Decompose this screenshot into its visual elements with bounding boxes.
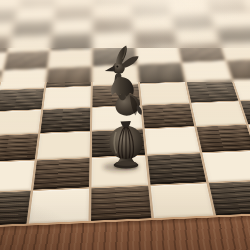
board-square (29, 188, 89, 223)
board-square (0, 134, 38, 162)
board-square (33, 158, 89, 189)
board-square (0, 191, 31, 226)
board-square (150, 183, 213, 218)
board-square (209, 181, 250, 216)
board-square (147, 154, 206, 185)
chess-piece-knight (104, 45, 144, 173)
depth-of-field-blur-top (0, 0, 250, 48)
board-square (91, 186, 151, 221)
board-square (37, 132, 90, 160)
board-square (0, 161, 35, 192)
chessboard-photo (0, 0, 250, 250)
piece-orb (109, 121, 143, 159)
board-square (40, 108, 90, 133)
board-square (144, 127, 199, 155)
board-square (202, 151, 250, 182)
board-square (0, 110, 41, 135)
piece-head-crest (105, 46, 139, 74)
board-square (197, 125, 250, 152)
